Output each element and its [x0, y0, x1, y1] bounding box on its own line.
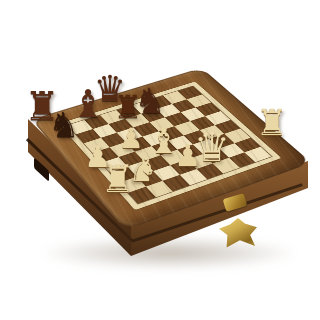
chess-set-scene: ♜♞♝♛♜♞♜♟♞♟♝♟♛♜ — [0, 0, 320, 320]
board-top — [31, 68, 311, 230]
chess-board-grid — [66, 86, 272, 205]
